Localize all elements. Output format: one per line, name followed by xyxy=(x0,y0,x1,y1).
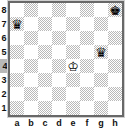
square-h2[interactable] xyxy=(108,87,122,101)
file-label-b: b xyxy=(24,117,38,128)
rank-label-2: 2 xyxy=(0,87,8,101)
square-e3[interactable] xyxy=(66,73,80,87)
square-b4[interactable] xyxy=(24,59,38,73)
square-f3[interactable] xyxy=(80,73,94,87)
square-d7[interactable] xyxy=(52,17,66,31)
square-h6[interactable] xyxy=(108,31,122,45)
rank-label-6: 6 xyxy=(0,31,8,45)
square-h1[interactable] xyxy=(108,101,122,115)
square-d8[interactable] xyxy=(52,3,66,17)
square-e6[interactable] xyxy=(66,31,80,45)
square-c6[interactable] xyxy=(38,31,52,45)
square-c5[interactable] xyxy=(38,45,52,59)
chess-board: ♚♛♛♔ xyxy=(10,3,122,115)
square-e1[interactable] xyxy=(66,101,80,115)
square-d3[interactable] xyxy=(52,73,66,87)
rank-label-5: 5 xyxy=(0,45,8,59)
square-h7[interactable] xyxy=(108,17,122,31)
board-frame: ♚♛♛♔ xyxy=(8,1,124,117)
square-d2[interactable] xyxy=(52,87,66,101)
square-a4[interactable] xyxy=(10,59,24,73)
rank-label-7: 7 xyxy=(0,17,8,31)
square-a8[interactable] xyxy=(10,3,24,17)
square-e2[interactable] xyxy=(66,87,80,101)
square-f7[interactable] xyxy=(80,17,94,31)
square-f5[interactable] xyxy=(80,45,94,59)
file-label-d: d xyxy=(52,117,66,128)
file-label-f: f xyxy=(80,117,94,128)
square-h4[interactable] xyxy=(108,59,122,73)
square-d4[interactable] xyxy=(52,59,66,73)
square-f2[interactable] xyxy=(80,87,94,101)
square-b7[interactable] xyxy=(24,17,38,31)
square-c1[interactable] xyxy=(38,101,52,115)
white-king: ♔ xyxy=(67,60,79,73)
square-f8[interactable] xyxy=(80,3,94,17)
square-a5[interactable] xyxy=(10,45,24,59)
square-d6[interactable] xyxy=(52,31,66,45)
square-g7[interactable] xyxy=(94,17,108,31)
square-b5[interactable] xyxy=(24,45,38,59)
square-d1[interactable] xyxy=(52,101,66,115)
square-a6[interactable] xyxy=(10,31,24,45)
square-h8[interactable]: ♚ xyxy=(108,3,122,17)
square-g4[interactable] xyxy=(94,59,108,73)
square-e4[interactable]: ♔ xyxy=(66,59,80,73)
square-e7[interactable] xyxy=(66,17,80,31)
square-e8[interactable] xyxy=(66,3,80,17)
square-c2[interactable] xyxy=(38,87,52,101)
file-label-h: h xyxy=(108,117,122,128)
square-g3[interactable] xyxy=(94,73,108,87)
black-queen: ♛ xyxy=(11,18,23,31)
square-b2[interactable] xyxy=(24,87,38,101)
square-f6[interactable] xyxy=(80,31,94,45)
rank-label-1: 1 xyxy=(0,101,8,115)
square-c3[interactable] xyxy=(38,73,52,87)
square-b8[interactable] xyxy=(24,3,38,17)
square-a2[interactable] xyxy=(10,87,24,101)
square-f4[interactable] xyxy=(80,59,94,73)
square-b1[interactable] xyxy=(24,101,38,115)
square-a1[interactable] xyxy=(10,101,24,115)
square-g2[interactable] xyxy=(94,87,108,101)
file-label-a: a xyxy=(10,117,24,128)
square-h3[interactable] xyxy=(108,73,122,87)
square-g6[interactable] xyxy=(94,31,108,45)
rank-label-3: 3 xyxy=(0,73,8,87)
file-label-c: c xyxy=(38,117,52,128)
square-g5[interactable]: ♛ xyxy=(94,45,108,59)
square-g8[interactable] xyxy=(94,3,108,17)
black-king: ♚ xyxy=(109,4,121,17)
chess-diagram: 87654321 ♚♛♛♔ abcdefgh xyxy=(0,0,125,128)
square-c7[interactable] xyxy=(38,17,52,31)
square-a7[interactable]: ♛ xyxy=(10,17,24,31)
black-queen: ♛ xyxy=(95,46,107,59)
file-label-g: g xyxy=(94,117,108,128)
square-c4[interactable] xyxy=(38,59,52,73)
square-g1[interactable] xyxy=(94,101,108,115)
file-labels: abcdefgh xyxy=(10,117,122,128)
rank-labels: 87654321 xyxy=(0,3,8,115)
square-a3[interactable] xyxy=(10,73,24,87)
square-b6[interactable] xyxy=(24,31,38,45)
square-f1[interactable] xyxy=(80,101,94,115)
rank-label-8: 8 xyxy=(0,3,8,17)
square-c8[interactable] xyxy=(38,3,52,17)
file-label-e: e xyxy=(66,117,80,128)
square-d5[interactable] xyxy=(52,45,66,59)
square-b3[interactable] xyxy=(24,73,38,87)
square-h5[interactable] xyxy=(108,45,122,59)
square-e5[interactable] xyxy=(66,45,80,59)
